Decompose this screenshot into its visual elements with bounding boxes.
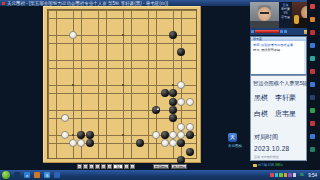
stone-white xyxy=(177,123,185,131)
tray-icon[interactable] xyxy=(284,173,288,177)
stone-white xyxy=(169,131,177,139)
stone-white xyxy=(177,98,185,106)
stone-black xyxy=(169,114,177,122)
stone-white xyxy=(77,139,85,147)
stone-black xyxy=(169,31,177,39)
wide-button-group: 申请研究进入研究 xyxy=(151,164,187,169)
board-grid xyxy=(47,9,197,159)
chat-message: 系统: 欢迎收看天元围棋直播 xyxy=(253,43,306,47)
channel-logo: 天 天元围棋 xyxy=(228,133,248,153)
dock-icon[interactable] xyxy=(310,95,315,100)
player-face xyxy=(258,7,271,21)
stone-black xyxy=(169,98,177,106)
nav-button[interactable]: > xyxy=(95,164,100,169)
tray-icon[interactable] xyxy=(279,173,283,177)
stone-white xyxy=(186,123,194,131)
star-point xyxy=(122,84,124,86)
control-button[interactable] xyxy=(284,30,287,33)
nav-button-group: |<<<<>>>>| xyxy=(77,164,112,169)
small-button-group: +- xyxy=(124,164,135,169)
black-player-webcam xyxy=(250,2,279,28)
tray-number: 36 xyxy=(300,173,304,177)
white-player-line: 白棋 唐韦星 xyxy=(254,109,306,119)
stone-white xyxy=(69,31,77,39)
dock-icon[interactable] xyxy=(310,4,315,9)
star-point xyxy=(72,84,74,86)
board-toolbar: |<<<<>>>>| 34 +- 申请研究进入研究 xyxy=(43,163,243,170)
logo-text: 天元围棋 xyxy=(228,144,248,148)
game-info-panel: 智运会围棋个人赛第5轮 黑棋 李轩豪 白棋 唐韦星 对局时间 2023.10.2… xyxy=(250,75,307,161)
stone-black xyxy=(136,139,144,147)
stone-black xyxy=(86,131,94,139)
research-button[interactable]: 进入研究 xyxy=(171,164,187,169)
stone-white xyxy=(152,131,160,139)
black-player-line: 黑棋 李轩豪 xyxy=(254,93,306,103)
dock-icon[interactable] xyxy=(310,147,315,152)
stone-black xyxy=(161,131,169,139)
tray-icon[interactable] xyxy=(275,173,279,177)
star-point xyxy=(122,34,124,36)
taskbar-app-icon[interactable] xyxy=(34,172,40,178)
chat-scrollbar[interactable] xyxy=(304,41,306,74)
time-progress-bar[interactable] xyxy=(255,30,279,33)
move-counter: 34 xyxy=(113,164,123,169)
stone-black xyxy=(177,139,185,147)
webcam-info-line: 唐韦星 xyxy=(279,15,292,19)
small-button[interactable]: + xyxy=(124,164,129,169)
app-icon xyxy=(2,2,5,5)
stone-white xyxy=(177,81,185,89)
star-point xyxy=(172,84,174,86)
control-button[interactable] xyxy=(251,30,254,33)
stone-white xyxy=(177,131,185,139)
logo-icon: 天 xyxy=(228,133,237,142)
taskbar-app-icon[interactable] xyxy=(14,172,20,178)
dock-icon[interactable] xyxy=(310,43,315,48)
dock-icon[interactable] xyxy=(310,82,315,87)
panel-footer: 直播 天元围棋频道 xyxy=(254,155,306,159)
stone-white xyxy=(169,139,177,147)
stone-black xyxy=(77,131,85,139)
player-shoulders xyxy=(250,21,279,28)
stone-black xyxy=(161,89,169,97)
research-button[interactable]: 申请研究 xyxy=(153,164,169,169)
folder-icon[interactable] xyxy=(253,164,257,167)
stone-white xyxy=(161,139,169,147)
side-icon-dock xyxy=(307,0,320,170)
dock-icon[interactable] xyxy=(310,17,315,22)
taskbar-app-icon[interactable]: e xyxy=(24,172,30,178)
stone-black xyxy=(177,48,185,56)
stone-black xyxy=(169,106,177,114)
dock-icon[interactable] xyxy=(310,56,315,61)
taskbar-app-icons: eS xyxy=(10,172,60,178)
stone-white xyxy=(186,98,194,106)
system-tray: 36 9:54 xyxy=(270,173,320,178)
dock-icon[interactable] xyxy=(310,30,315,35)
speed-text: 36K/s xyxy=(275,163,283,167)
tray-icon[interactable] xyxy=(288,173,292,177)
stone-black xyxy=(169,89,177,97)
stone-white xyxy=(69,139,77,147)
small-button[interactable]: - xyxy=(130,164,135,169)
player-glasses xyxy=(260,12,269,14)
tray-icons xyxy=(270,173,296,177)
dock-icon[interactable] xyxy=(310,69,315,74)
taskbar: eS 36 9:54 xyxy=(0,170,320,180)
dock-icon[interactable] xyxy=(310,108,315,113)
stone-black xyxy=(186,131,194,139)
control-button[interactable] xyxy=(280,30,283,33)
nav-button[interactable]: >| xyxy=(107,164,112,169)
nav-button[interactable]: << xyxy=(83,164,88,169)
chat-header: 聊天室 xyxy=(251,37,306,41)
stone-black xyxy=(86,139,94,147)
download-status: 已下载 0.5K 36K/s xyxy=(253,162,307,168)
star-point xyxy=(72,134,74,136)
stone-white xyxy=(61,131,69,139)
event-title: 智运会围棋个人赛第5轮 xyxy=(253,80,306,87)
game-date: 2023.10.28 xyxy=(254,145,306,152)
game-time-label: 对局时间 xyxy=(254,133,306,142)
stone-white xyxy=(61,114,69,122)
dock-icon[interactable] xyxy=(310,121,315,126)
gold-object xyxy=(294,15,299,24)
stone-black-lastmove xyxy=(152,106,160,114)
dock-icon[interactable] xyxy=(310,134,315,139)
tray-icon[interactable] xyxy=(270,173,274,177)
download-text: 已下载 0.5K xyxy=(258,163,274,167)
tray-icon[interactable] xyxy=(293,173,297,177)
nav-button[interactable]: < xyxy=(89,164,94,169)
webcam-center-info: 直播李轩豪VS唐韦星 xyxy=(279,2,292,28)
taskbar-app-icon[interactable] xyxy=(54,172,60,178)
chat-message: 网友: 黑棋形势不错 xyxy=(253,48,306,52)
stone-black xyxy=(186,148,194,156)
nav-button[interactable]: >> xyxy=(101,164,106,169)
application-window: 天元围棋 - [第五届全国智力运动会围棋专业个人赛 第5轮 李轩豪(黑) - 唐… xyxy=(0,0,320,180)
window-title: 天元围棋 - [第五届全国智力运动会围棋专业个人赛 第5轮 李轩豪(黑) - 唐… xyxy=(7,1,168,6)
taskbar-app-icon[interactable]: S xyxy=(44,172,50,178)
start-button-icon[interactable] xyxy=(2,171,10,179)
star-point xyxy=(122,134,124,136)
nav-button[interactable]: |< xyxy=(77,164,82,169)
chat-box[interactable]: 聊天室 系统: 欢迎收看天元围棋直播 网友: 黑棋形势不错 xyxy=(250,36,307,75)
go-board[interactable] xyxy=(43,6,201,163)
taskbar-clock: 9:54 xyxy=(308,173,317,178)
